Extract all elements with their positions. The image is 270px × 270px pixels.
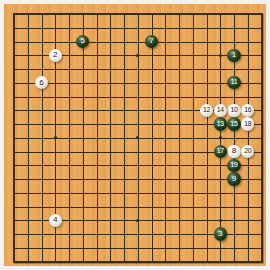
stone-move-20-white: 20 xyxy=(241,145,254,158)
stone-move-19-black: 19 xyxy=(227,159,240,172)
stones-layer: 1234567891011121314151617181920 xyxy=(7,7,268,268)
stone-move-7-black: 7 xyxy=(145,35,158,48)
stone-move-18-white: 18 xyxy=(241,117,254,130)
stone-move-11-black: 11 xyxy=(227,76,240,89)
stone-move-14-white: 14 xyxy=(214,104,227,117)
stone-move-5-black: 5 xyxy=(76,35,89,48)
stone-move-6-white: 6 xyxy=(35,76,48,89)
stone-move-13-black: 13 xyxy=(214,117,227,130)
stone-move-1-black: 1 xyxy=(227,49,240,62)
stone-move-3-black: 3 xyxy=(214,227,227,240)
stone-move-16-white: 16 xyxy=(241,104,254,117)
go-board[interactable]: 1234567891011121314151617181920 xyxy=(4,4,266,266)
stone-move-10-white: 10 xyxy=(227,104,240,117)
stone-move-9-black: 9 xyxy=(227,172,240,185)
stone-move-15-black: 15 xyxy=(227,117,240,130)
stone-move-17-black: 17 xyxy=(214,145,227,158)
stone-move-4-white: 4 xyxy=(49,214,62,227)
stone-move-8-white: 8 xyxy=(227,145,240,158)
stone-move-2-white: 2 xyxy=(49,49,62,62)
stone-move-12-white: 12 xyxy=(200,104,213,117)
go-diagram: 1234567891011121314151617181920 xyxy=(0,0,270,270)
